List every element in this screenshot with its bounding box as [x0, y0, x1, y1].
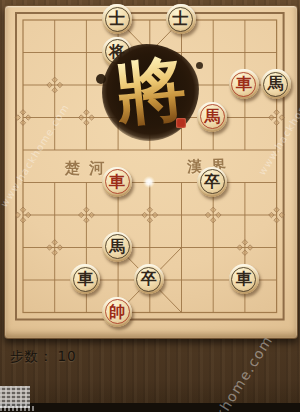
piece-black-horse[interactable]: 馬	[261, 69, 291, 99]
piece-black-horse[interactable]: 馬	[102, 232, 132, 262]
piece-character: 馬	[204, 108, 220, 124]
piece-black-soldier[interactable]: 卒	[197, 167, 227, 197]
piece-character: 車	[236, 76, 252, 92]
piece-red-chariot[interactable]: 車	[102, 167, 132, 197]
step-counter-value: 10	[58, 348, 77, 364]
seal-icon	[176, 118, 186, 128]
piece-red-general[interactable]: 帥	[102, 297, 132, 327]
piece-character: 車	[236, 271, 252, 287]
piece-character: 帥	[109, 303, 125, 319]
piece-red-horse[interactable]: 馬	[197, 102, 227, 132]
piece-character: 士	[109, 11, 125, 27]
game-screen: 楚河 漢界 士士将車馬馬車卒馬車卒車帥 將 步数：10 www.hackhome…	[0, 0, 300, 412]
piece-character: 士	[173, 11, 189, 27]
piece-character: 車	[109, 173, 125, 189]
piece-character: 馬	[268, 76, 284, 92]
piece-black-advisor[interactable]: 士	[102, 4, 132, 34]
piece-red-chariot[interactable]: 車	[229, 69, 259, 99]
piece-black-advisor[interactable]: 士	[166, 4, 196, 34]
move-sparkle-effect	[143, 176, 155, 188]
piece-character: 車	[77, 271, 93, 287]
watermark: www.hackhome.com	[173, 332, 276, 412]
piece-character: 卒	[141, 271, 157, 287]
bottom-bar	[0, 403, 300, 412]
piece-character: 卒	[204, 173, 220, 189]
piece-black-chariot[interactable]: 車	[229, 264, 259, 294]
qr-caption	[0, 406, 34, 411]
qr-code	[0, 386, 30, 408]
check-banner: 將	[102, 44, 199, 141]
step-counter: 步数：10	[10, 348, 77, 366]
piece-character: 馬	[109, 238, 125, 254]
piece-black-soldier[interactable]: 卒	[134, 264, 164, 294]
step-counter-label: 步数：	[10, 348, 54, 364]
